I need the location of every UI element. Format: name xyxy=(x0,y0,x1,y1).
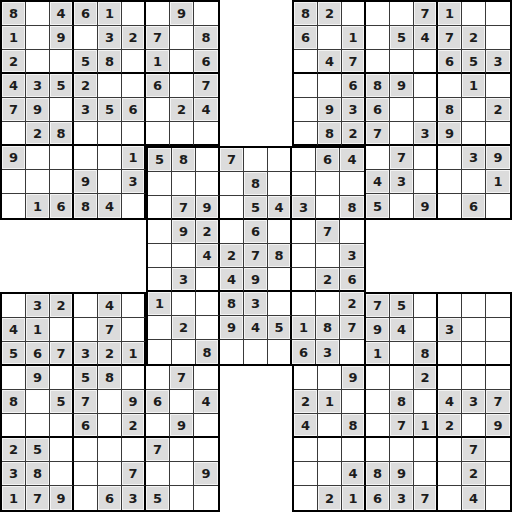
top-right-cell-r4c8: 1 xyxy=(462,74,486,98)
bottom-right-cell-r3c9[interactable] xyxy=(486,342,510,366)
top-left-cell-r8c4: 9 xyxy=(74,170,98,194)
top-left-cell-r8c3[interactable] xyxy=(50,170,74,194)
top-left-cell-r6c9[interactable] xyxy=(194,122,218,146)
top-left-cell-r5c7[interactable] xyxy=(146,98,170,122)
bottom-left-cell-r5c5[interactable] xyxy=(98,390,122,414)
top-left-cell-r4c3: 5 xyxy=(50,74,74,98)
top-left-cell-r4c4: 2 xyxy=(74,74,98,98)
top-right-cell-r6c4: 7 xyxy=(366,122,390,146)
top-left-cell-r4c5[interactable] xyxy=(98,74,122,98)
center-cell-r5c2[interactable] xyxy=(172,244,196,268)
center-cell-r8c3[interactable] xyxy=(196,316,220,340)
top-left-cell-r4c2: 3 xyxy=(26,74,50,98)
center-cell-r7c4: 8 xyxy=(220,292,244,316)
top-right-cell-r5c5[interactable] xyxy=(390,98,414,122)
bottom-left-cell-r4c6[interactable] xyxy=(122,366,146,390)
top-left-cell-r2c1: 1 xyxy=(2,26,26,50)
top-right-cell-r4c7[interactable] xyxy=(438,74,462,98)
bottom-left-cell-r2c4[interactable] xyxy=(74,318,98,342)
center-cell-r6c4: 4 xyxy=(220,268,244,292)
top-right-cell-r5c4: 6 xyxy=(366,98,390,122)
top-left-cell-r1c1: 8 xyxy=(2,2,26,26)
center-cell-r9c2[interactable] xyxy=(172,340,196,364)
bottom-left-cell-r6c5[interactable] xyxy=(98,414,122,438)
center-cell-r2c7[interactable] xyxy=(292,172,316,196)
center-cell-r1c2: 8 xyxy=(172,148,196,172)
top-left-cell-r6c2: 2 xyxy=(26,122,50,146)
top-left-cell-r1c8: 9 xyxy=(170,2,194,26)
top-right-cell-r2c5: 5 xyxy=(390,26,414,50)
center-cell-r5c3: 4 xyxy=(196,244,220,268)
bottom-left-cell-r7c2: 5 xyxy=(26,438,50,462)
bottom-right-cell-r8c2[interactable] xyxy=(318,462,342,486)
bottom-right-cell-r5c3[interactable] xyxy=(342,390,366,414)
top-right-cell-r5c8[interactable] xyxy=(462,98,486,122)
center-cell-r9c7: 6 xyxy=(292,340,316,364)
top-right-cell-r7c4[interactable] xyxy=(366,146,390,170)
center-cell-r6c7[interactable] xyxy=(292,268,316,292)
bottom-left-cell-r5c2[interactable] xyxy=(26,390,50,414)
top-right-cell-r1c6: 7 xyxy=(414,2,438,26)
top-right-cell-r9c7[interactable] xyxy=(438,194,462,218)
top-left-cell-r2c9: 8 xyxy=(194,26,218,50)
bottom-left-cell-r9c3: 9 xyxy=(50,486,74,510)
bottom-right-cell-r8c7[interactable] xyxy=(438,462,462,486)
top-right-cell-r3c4[interactable] xyxy=(366,50,390,74)
top-right-cell-r3c8: 5 xyxy=(462,50,486,74)
bottom-right-cell-r4c6: 2 xyxy=(414,366,438,390)
bottom-left-cell-r9c4[interactable] xyxy=(74,486,98,510)
top-right-cell-r7c7[interactable] xyxy=(438,146,462,170)
bottom-right-cell-r8c1[interactable] xyxy=(294,462,318,486)
bottom-left-cell-r7c8[interactable] xyxy=(170,438,194,462)
center-cell-r5c4: 2 xyxy=(220,244,244,268)
top-right-cell-r6c1[interactable] xyxy=(294,122,318,146)
center-cell-r8c1[interactable] xyxy=(148,316,172,340)
top-right-cell-r2c8: 2 xyxy=(462,26,486,50)
center-cell-r7c6[interactable] xyxy=(268,292,292,316)
center-cell-r1c6[interactable] xyxy=(268,148,292,172)
top-right-cell-r1c4[interactable] xyxy=(366,2,390,26)
top-right-cell-r6c9[interactable] xyxy=(486,122,510,146)
bottom-right-cell-r6c8[interactable] xyxy=(462,414,486,438)
center-cell-r6c2: 3 xyxy=(172,268,196,292)
top-left-cell-r8c2[interactable] xyxy=(26,170,50,194)
bottom-right-cell-r7c7[interactable] xyxy=(438,438,462,462)
bottom-left-cell-r8c9: 9 xyxy=(194,462,218,486)
bottom-right-cell-r2c8[interactable] xyxy=(462,318,486,342)
bottom-left-cell-r5c4: 7 xyxy=(74,390,98,414)
top-left-cell-r7c3[interactable] xyxy=(50,146,74,170)
top-right-cell-r4c1[interactable] xyxy=(294,74,318,98)
bottom-right-cell-r3c4: 1 xyxy=(366,342,390,366)
top-left-cell-r5c3[interactable] xyxy=(50,98,74,122)
bottom-left-cell-r4c4: 5 xyxy=(74,366,98,390)
top-left-cell-r1c3: 4 xyxy=(50,2,74,26)
bottom-right-cell-r9c9[interactable] xyxy=(486,486,510,510)
bottom-left-cell-r3c5: 2 xyxy=(98,342,122,366)
top-left-cell-r9c5: 4 xyxy=(98,194,122,218)
bottom-right-cell-r1c9[interactable] xyxy=(486,294,510,318)
top-right-cell-r1c9[interactable] xyxy=(486,2,510,26)
bottom-left-cell-r8c7[interactable] xyxy=(146,462,170,486)
top-left-cell-r3c2[interactable] xyxy=(26,50,50,74)
bottom-left-cell-r8c5[interactable] xyxy=(98,462,122,486)
top-left-cell-r8c1[interactable] xyxy=(2,170,26,194)
center-cell-r7c3[interactable] xyxy=(196,292,220,316)
bottom-right-cell-r4c3: 9 xyxy=(342,366,366,390)
center-cell-r1c7[interactable] xyxy=(292,148,316,172)
center-cell-r1c5[interactable] xyxy=(244,148,268,172)
center-cell-r6c5: 9 xyxy=(244,268,268,292)
top-right-cell-r1c8[interactable] xyxy=(462,2,486,26)
top-left-cell-r8c5[interactable] xyxy=(98,170,122,194)
center-cell-r4c5: 6 xyxy=(244,220,268,244)
top-right-cell-r9c5[interactable] xyxy=(390,194,414,218)
center-cell-r9c8: 3 xyxy=(316,340,340,364)
bottom-left-cell-r7c9[interactable] xyxy=(194,438,218,462)
bottom-right-cell-r8c4: 8 xyxy=(366,462,390,486)
bottom-right-cell-r6c4[interactable] xyxy=(366,414,390,438)
center-cell-r7c1: 1 xyxy=(148,292,172,316)
top-left-cell-r2c7: 7 xyxy=(146,26,170,50)
top-right-cell-r5c6[interactable] xyxy=(414,98,438,122)
center-cell-r6c6[interactable] xyxy=(268,268,292,292)
bottom-left-cell-r2c2: 1 xyxy=(26,318,50,342)
center-cell-r9c6[interactable] xyxy=(268,340,292,364)
top-right-cell-r2c1: 6 xyxy=(294,26,318,50)
center-cell-r3c8[interactable] xyxy=(316,196,340,220)
bottom-right-cell-r4c5[interactable] xyxy=(390,366,414,390)
center-cell-r9c3: 8 xyxy=(196,340,220,364)
top-right-cell-r3c6[interactable] xyxy=(414,50,438,74)
top-left-cell-r2c4[interactable] xyxy=(74,26,98,50)
bottom-left-cell-r4c8: 7 xyxy=(170,366,194,390)
bottom-left-cell-r4c9[interactable] xyxy=(194,366,218,390)
top-left-cell-r5c1: 7 xyxy=(2,98,26,122)
top-left-cell-r7c2[interactable] xyxy=(26,146,50,170)
center-cell-r3c1[interactable] xyxy=(148,196,172,220)
center-cell-r3c4[interactable] xyxy=(220,196,244,220)
bottom-right-cell-r7c6[interactable] xyxy=(414,438,438,462)
top-right-cell-r1c3[interactable] xyxy=(342,2,366,26)
top-right-cell-r2c6: 4 xyxy=(414,26,438,50)
top-left-cell-r7c5[interactable] xyxy=(98,146,122,170)
top-left-cell-r2c5: 3 xyxy=(98,26,122,50)
center-cell-r4c1[interactable] xyxy=(148,220,172,244)
bottom-left-cell-r7c5[interactable] xyxy=(98,438,122,462)
bottom-left-cell-r6c2[interactable] xyxy=(26,414,50,438)
bottom-left-cell-r5c6: 9 xyxy=(122,390,146,414)
top-right-cell-r2c4[interactable] xyxy=(366,26,390,50)
bottom-right-cell-r4c9[interactable] xyxy=(486,366,510,390)
bottom-right-cell-r5c9: 7 xyxy=(486,390,510,414)
bottom-left-cell-r7c3[interactable] xyxy=(50,438,74,462)
bottom-right-cell-r1c4: 7 xyxy=(366,294,390,318)
top-left-cell-r1c5: 1 xyxy=(98,2,122,26)
bottom-left-cell-r8c3[interactable] xyxy=(50,462,74,486)
top-right-cell-r5c2: 9 xyxy=(318,98,342,122)
bottom-right-cell-r5c6[interactable] xyxy=(414,390,438,414)
center-cell-r9c1[interactable] xyxy=(148,340,172,364)
top-right-cell-r2c2[interactable] xyxy=(318,26,342,50)
bottom-left-cell-r8c2: 8 xyxy=(26,462,50,486)
bottom-right-cell-r8c3: 4 xyxy=(342,462,366,486)
center-cell-r9c5[interactable] xyxy=(244,340,268,364)
bottom-left-cell-r7c6[interactable] xyxy=(122,438,146,462)
top-right-cell-r6c5[interactable] xyxy=(390,122,414,146)
top-right-cell-r3c1[interactable] xyxy=(294,50,318,74)
top-left-cell-r6c6[interactable] xyxy=(122,122,146,146)
center-cell-r5c8[interactable] xyxy=(316,244,340,268)
top-right-cell-r4c2[interactable] xyxy=(318,74,342,98)
center-cell-r2c9[interactable] xyxy=(340,172,364,196)
top-right-cell-r3c5[interactable] xyxy=(390,50,414,74)
bottom-left-cell-r2c6[interactable] xyxy=(122,318,146,342)
bottom-right-cell-r5c4[interactable] xyxy=(366,390,390,414)
bottom-right-cell-r1c7[interactable] xyxy=(438,294,462,318)
center-cell-r5c5: 7 xyxy=(244,244,268,268)
top-right-cell-r5c9: 2 xyxy=(486,98,510,122)
bottom-left-cell-r1c4[interactable] xyxy=(74,294,98,318)
bottom-right-cell-r8c5: 9 xyxy=(390,462,414,486)
center-cell-r6c8: 2 xyxy=(316,268,340,292)
top-left-cell-r5c5: 5 xyxy=(98,98,122,122)
top-left-cell-r9c1[interactable] xyxy=(2,194,26,218)
bottom-right-cell-r7c8: 7 xyxy=(462,438,486,462)
bottom-right-cell-r9c7[interactable] xyxy=(438,486,462,510)
bottom-right-cell-r7c3[interactable] xyxy=(342,438,366,462)
center-cell-r4c8: 7 xyxy=(316,220,340,244)
samurai-sudoku-board: 8461919327825816435267793562428915893168… xyxy=(0,0,512,512)
bottom-right-cell-r3c5[interactable] xyxy=(390,342,414,366)
top-right-cell-r9c9[interactable] xyxy=(486,194,510,218)
center-cell-r6c1[interactable] xyxy=(148,268,172,292)
top-left-cell-r6c7[interactable] xyxy=(146,122,170,146)
bottom-left-cell-r9c5: 6 xyxy=(98,486,122,510)
top-right-cell-r7c5: 7 xyxy=(390,146,414,170)
top-left-cell-r3c3[interactable] xyxy=(50,50,74,74)
center-cell-r1c8: 6 xyxy=(316,148,340,172)
center-cell-r2c1[interactable] xyxy=(148,172,172,196)
top-right-cell-r8c6[interactable] xyxy=(414,170,438,194)
center-cell-r3c2: 7 xyxy=(172,196,196,220)
bottom-left-cell-r4c3[interactable] xyxy=(50,366,74,390)
top-left-cell-r9c6[interactable] xyxy=(122,194,146,218)
bottom-left-cell-r6c1[interactable] xyxy=(2,414,26,438)
center-cell-r8c6: 5 xyxy=(268,316,292,340)
bottom-left-cell-r8c8[interactable] xyxy=(170,462,194,486)
top-left-cell-r8c6: 3 xyxy=(122,170,146,194)
top-right-cell-r6c7: 9 xyxy=(438,122,462,146)
bottom-right-cell-r7c2[interactable] xyxy=(318,438,342,462)
top-right-cell-r8c8[interactable] xyxy=(462,170,486,194)
top-left-cell-r1c6[interactable] xyxy=(122,2,146,26)
center-cell-r3c7: 3 xyxy=(292,196,316,220)
top-left-cell-r1c7[interactable] xyxy=(146,2,170,26)
top-left-cell-r6c4[interactable] xyxy=(74,122,98,146)
bottom-right-cell-r4c4[interactable] xyxy=(366,366,390,390)
bottom-left-cell-r5c7: 6 xyxy=(146,390,170,414)
top-right-cell-r6c8[interactable] xyxy=(462,122,486,146)
bottom-right-cell-r3c7[interactable] xyxy=(438,342,462,366)
top-right-cell-r4c3: 6 xyxy=(342,74,366,98)
top-left-cell-r2c2[interactable] xyxy=(26,26,50,50)
top-left-cell-r7c6: 1 xyxy=(122,146,146,170)
center-cell-r5c1[interactable] xyxy=(148,244,172,268)
top-right-cell-r1c5[interactable] xyxy=(390,2,414,26)
top-left-cell-r3c5: 8 xyxy=(98,50,122,74)
center-cell-r4c9[interactable] xyxy=(340,220,364,244)
bottom-right-cell-r7c5[interactable] xyxy=(390,438,414,462)
bottom-left-cell-r1c6[interactable] xyxy=(122,294,146,318)
center-cell-r4c6[interactable] xyxy=(268,220,292,244)
center-cell-r6c9: 6 xyxy=(340,268,364,292)
top-left-cell-r4c8[interactable] xyxy=(170,74,194,98)
bottom-left-cell-r4c7[interactable] xyxy=(146,366,170,390)
center-cell-r1c1: 5 xyxy=(148,148,172,172)
top-left-cell-r2c8[interactable] xyxy=(170,26,194,50)
bottom-right-cell-r4c2[interactable] xyxy=(318,366,342,390)
top-right-cell-r4c9[interactable] xyxy=(486,74,510,98)
bottom-left-cell-r1c1[interactable] xyxy=(2,294,26,318)
top-left-cell-r4c6[interactable] xyxy=(122,74,146,98)
bottom-left-cell-r3c4: 3 xyxy=(74,342,98,366)
center-cell-r7c8[interactable] xyxy=(316,292,340,316)
bottom-right-cell-r2c6[interactable] xyxy=(414,318,438,342)
top-left-cell-r5c8: 2 xyxy=(170,98,194,122)
bottom-right-cell-r8c8: 2 xyxy=(462,462,486,486)
bottom-left-cell-r8c4[interactable] xyxy=(74,462,98,486)
top-left-cell-r3c6[interactable] xyxy=(122,50,146,74)
bottom-right-cell-r5c8: 3 xyxy=(462,390,486,414)
bottom-right-cell-r6c9: 9 xyxy=(486,414,510,438)
center-cell-r7c7[interactable] xyxy=(292,292,316,316)
bottom-right-cell-r7c1[interactable] xyxy=(294,438,318,462)
center-cell-r2c2[interactable] xyxy=(172,172,196,196)
bottom-left-cell-r6c7[interactable] xyxy=(146,414,170,438)
top-right-cell-r8c4: 4 xyxy=(366,170,390,194)
bottom-right-cell-r8c9[interactable] xyxy=(486,462,510,486)
center-cell-r9c4[interactable] xyxy=(220,340,244,364)
top-left-cell-r1c9[interactable] xyxy=(194,2,218,26)
top-left-cell-r2c3: 9 xyxy=(50,26,74,50)
top-right-cell-r5c1[interactable] xyxy=(294,98,318,122)
top-left-cell-r6c5[interactable] xyxy=(98,122,122,146)
bottom-left-cell-r9c8[interactable] xyxy=(170,486,194,510)
top-left-cell-r3c7: 1 xyxy=(146,50,170,74)
top-right-cell-r3c3: 7 xyxy=(342,50,366,74)
top-left-cell-r6c8[interactable] xyxy=(170,122,194,146)
bottom-right-cell-r4c1[interactable] xyxy=(294,366,318,390)
top-left-cell-r7c1: 9 xyxy=(2,146,26,170)
bottom-right-cell-r1c8[interactable] xyxy=(462,294,486,318)
bottom-right-cell-r9c3: 1 xyxy=(342,486,366,510)
bottom-left-cell-r9c9[interactable] xyxy=(194,486,218,510)
center-cell-r3c5: 5 xyxy=(244,196,268,220)
top-right-cell-r1c1: 8 xyxy=(294,2,318,26)
top-left-cell-r7c4[interactable] xyxy=(74,146,98,170)
center-cell-r5c7[interactable] xyxy=(292,244,316,268)
center-cell-r2c3[interactable] xyxy=(196,172,220,196)
bottom-right-cell-r9c1[interactable] xyxy=(294,486,318,510)
center-cell-r2c8[interactable] xyxy=(316,172,340,196)
top-left-cell-r1c4: 6 xyxy=(74,2,98,26)
bottom-right-cell-r7c4[interactable] xyxy=(366,438,390,462)
center-cell-r5c6: 8 xyxy=(268,244,292,268)
center-cell-r6c3[interactable] xyxy=(196,268,220,292)
center-cell-r4c4[interactable] xyxy=(220,220,244,244)
center-cell-r3c3: 9 xyxy=(196,196,220,220)
top-right-cell-r8c5: 3 xyxy=(390,170,414,194)
top-left-cell-r4c9: 7 xyxy=(194,74,218,98)
bottom-left-cell-r9c1: 1 xyxy=(2,486,26,510)
center-cell-r1c4: 7 xyxy=(220,148,244,172)
bottom-right-cell-r1c6[interactable] xyxy=(414,294,438,318)
top-left-cell-r3c8[interactable] xyxy=(170,50,194,74)
center-cell-r4c7[interactable] xyxy=(292,220,316,244)
bottom-left-cell-r1c2: 3 xyxy=(26,294,50,318)
bottom-left-cell-r3c2: 6 xyxy=(26,342,50,366)
top-right-cell-r2c9[interactable] xyxy=(486,26,510,50)
top-right-cell-r9c4: 5 xyxy=(366,194,390,218)
center-cell-r2c4[interactable] xyxy=(220,172,244,196)
top-right-cell-r6c6: 3 xyxy=(414,122,438,146)
bottom-left-cell-r7c7: 7 xyxy=(146,438,170,462)
bottom-left-cell-r4c2: 9 xyxy=(26,366,50,390)
bottom-left-cell-r7c4[interactable] xyxy=(74,438,98,462)
center-cell-r1c3[interactable] xyxy=(196,148,220,172)
bottom-left-cell-r5c9: 4 xyxy=(194,390,218,414)
bottom-right-cell-r8c6[interactable] xyxy=(414,462,438,486)
bottom-right-cell-r6c2[interactable] xyxy=(318,414,342,438)
bottom-right-cell-r7c9[interactable] xyxy=(486,438,510,462)
top-right-cell-r9c8: 6 xyxy=(462,194,486,218)
center-cell-r8c8: 8 xyxy=(316,316,340,340)
center-cell-r9c9[interactable] xyxy=(340,340,364,364)
bottom-left-cell-r2c3[interactable] xyxy=(50,318,74,342)
center-cell-r2c6[interactable] xyxy=(268,172,292,196)
bottom-right-cell-r3c8[interactable] xyxy=(462,342,486,366)
top-left-cell-r6c1[interactable] xyxy=(2,122,26,146)
top-left-cell-r3c9: 6 xyxy=(194,50,218,74)
bottom-left-cell-r8c1: 3 xyxy=(2,462,26,486)
bottom-right-cell-r9c5: 3 xyxy=(390,486,414,510)
bottom-left-cell-r3c3: 7 xyxy=(50,342,74,366)
bottom-right-cell-r4c7[interactable] xyxy=(438,366,462,390)
top-right-cell-r8c7[interactable] xyxy=(438,170,462,194)
center-cell-r7c5: 3 xyxy=(244,292,268,316)
center-cell-r3c9: 8 xyxy=(340,196,364,220)
bottom-right-cell-r2c9[interactable] xyxy=(486,318,510,342)
center-cell-r8c7: 1 xyxy=(292,316,316,340)
bottom-left-cell-r1c5: 4 xyxy=(98,294,122,318)
top-right-cell-r7c9: 9 xyxy=(486,146,510,170)
bottom-left-cell-r6c3[interactable] xyxy=(50,414,74,438)
bottom-left-cell-r4c1[interactable] xyxy=(2,366,26,390)
center-cell-r7c2[interactable] xyxy=(172,292,196,316)
bottom-right-cell-r6c5: 7 xyxy=(390,414,414,438)
bottom-left-cell-r2c5: 7 xyxy=(98,318,122,342)
top-right-cell-r4c6[interactable] xyxy=(414,74,438,98)
bottom-left-cell-r6c9[interactable] xyxy=(194,414,218,438)
top-left-cell-r1c2[interactable] xyxy=(26,2,50,26)
center-cell-r3c6: 4 xyxy=(268,196,292,220)
bottom-left-cell-r5c8[interactable] xyxy=(170,390,194,414)
center-cell-r8c2: 2 xyxy=(172,316,196,340)
bottom-right-cell-r4c8[interactable] xyxy=(462,366,486,390)
top-right-cell-r7c6[interactable] xyxy=(414,146,438,170)
